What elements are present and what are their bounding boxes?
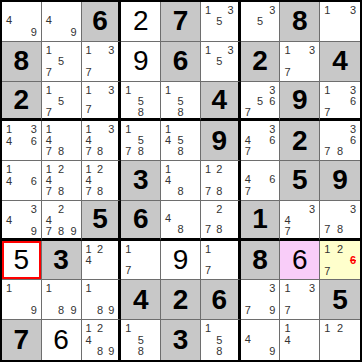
candidates: 137 [281,281,318,318]
candidates: 49 [3,3,40,40]
cell-r3c4[interactable]: 158 [121,82,161,122]
candidate-6: 6 [269,135,278,146]
candidate-4: 4 [162,213,171,224]
candidate-1: 1 [202,43,211,56]
candidate-3: 3 [108,122,117,135]
candidate-5: 5 [216,16,222,27]
cell-r5c2[interactable]: 12478 [42,161,82,201]
cell-r3c9[interactable]: 1367 [320,82,360,122]
candidate-5: 5 [138,335,144,346]
cell-r9c1[interactable]: 7 [2,320,42,360]
candidates: 146 [3,162,40,199]
candidate-8: 8 [58,186,64,199]
candidate-1: 1 [281,321,290,334]
candidate-1: 1 [43,83,52,96]
candidate-4: 4 [3,215,12,226]
candidates: 157 [43,43,80,80]
candidate-1: 1 [83,242,92,255]
candidate-4: 4 [242,174,251,185]
candidates: 278 [202,202,237,237]
candidates: 13478 [83,122,118,159]
cell-r1c7[interactable]: 35 [241,2,281,42]
candidate-9: 9 [108,346,117,359]
candidate-7: 7 [43,107,52,120]
cell-r6c1[interactable]: 349 [2,201,42,241]
candidate-6-struck: 6 [350,255,359,266]
candidates: 135 [202,43,237,80]
candidates: 1367 [321,83,359,118]
cell-value: 4 [133,286,149,314]
cell-r4c5[interactable]: 1458 [161,121,201,161]
cell-r7c7[interactable]: 8 [241,241,281,281]
candidates: 379 [242,281,279,318]
candidate-2: 2 [58,162,64,175]
candidates: 49 [43,3,80,40]
cell-r3c6[interactable]: 4 [201,82,241,122]
cell-value: 3 [53,246,69,274]
candidates: 158 [122,321,159,359]
cell-r3c1[interactable]: 2 [2,82,42,122]
candidate-2: 2 [58,202,64,215]
candidate-7: 7 [43,67,52,80]
cell-r4c6[interactable]: 9 [201,121,241,161]
cell-value: 7 [14,326,30,354]
cell-value: 2 [252,47,268,75]
cell-r6c9[interactable]: 378 [320,201,360,241]
candidates: 347 [281,202,318,237]
candidate-7: 7 [43,146,52,159]
candidate-1: 1 [83,83,92,96]
cell-r5c9[interactable]: 9 [320,161,360,201]
candidate-5: 5 [257,16,263,27]
candidate-6: 6 [350,135,359,146]
candidate-9: 9 [70,305,79,318]
candidate-1: 1 [83,281,92,294]
candidate-8: 8 [337,224,343,237]
candidates: 3678 [321,122,359,159]
candidates: 12 [321,321,359,359]
candidate-4: 4 [43,15,52,26]
cell-r1c1[interactable]: 49 [2,2,42,42]
cell-r9c3[interactable]: 12489 [82,320,122,360]
candidate-5: 5 [257,96,263,107]
candidate-1: 1 [202,3,211,16]
candidate-2: 2 [97,162,103,175]
candidates: 189 [83,281,118,318]
candidate-7: 7 [321,146,330,159]
candidates: 1276 [321,242,359,279]
cell-value: 1 [252,205,268,233]
candidate-3: 3 [31,202,40,215]
candidate-9: 9 [31,305,40,318]
candidate-1: 1 [3,122,12,135]
candidate-7: 7 [281,305,290,318]
cell-r8c4[interactable]: 4 [121,280,161,320]
candidate-6: 6 [31,136,40,147]
candidates: 349 [3,202,40,237]
candidate-8: 8 [216,186,222,199]
cell-value: 6 [92,7,108,35]
candidate-7: 7 [83,104,92,117]
candidate-1: 1 [281,43,290,56]
candidate-4: 4 [3,176,12,187]
candidate-8: 8 [216,224,222,237]
cell-r1c4[interactable]: 2 [121,2,161,42]
candidate-6: 6 [269,96,278,107]
candidate-8: 8 [337,146,343,159]
candidate-4: 4 [281,335,290,346]
candidate-1: 1 [83,321,92,334]
cell-r6c3[interactable]: 5 [82,201,122,241]
cell-value: 8 [252,246,268,274]
candidates: 17 [122,242,159,279]
candidate-7: 7 [281,226,290,239]
candidate-3: 3 [350,202,359,215]
candidate-8: 8 [97,305,103,318]
candidate-7: 7 [321,107,330,120]
candidate-8: 8 [216,346,222,359]
candidate-7: 7 [242,107,251,120]
candidate-8: 8 [177,146,183,159]
cell-value: 7 [173,7,189,35]
candidate-8: 8 [138,346,144,359]
candidate-3: 3 [31,122,40,135]
cell-r9c5[interactable]: 3 [161,320,201,360]
cell-r7c6[interactable]: 17 [201,241,241,281]
cell-r5c7[interactable]: 467 [241,161,281,201]
candidates: 157 [43,83,80,118]
cell-r2c6[interactable]: 135 [201,42,241,82]
candidate-1: 1 [122,321,131,334]
candidate-1: 1 [281,281,290,294]
candidate-8: 8 [97,346,103,359]
cell-r8c3[interactable]: 189 [82,280,122,320]
cell-r2c4[interactable]: 9 [121,42,161,82]
candidates: 14 [281,321,318,359]
candidate-1: 1 [3,281,12,294]
candidate-7: 7 [242,186,251,199]
cell-r2c5[interactable]: 6 [161,42,201,82]
candidate-5: 5 [58,56,64,67]
candidate-1: 1 [321,3,330,16]
cell-r4c7[interactable]: 3467 [241,121,281,161]
candidate-6: 6 [269,174,278,185]
cell-value: 3 [173,326,189,354]
cell-value: 6 [53,326,69,354]
cell-r1c5[interactable]: 7 [161,2,201,42]
cell-value: 8 [14,47,30,75]
candidate-3: 3 [269,83,278,96]
candidates: 124 [83,242,118,279]
candidate-9: 9 [31,27,40,40]
cell-r3c8[interactable]: 9 [280,82,320,122]
candidates: 48 [162,202,199,237]
cell-r9c6[interactable]: 158 [201,320,241,360]
candidates: 189 [43,281,80,318]
candidate-1: 1 [202,162,211,175]
cell-r7c8[interactable]: 6 [280,241,320,281]
cell-r5c1[interactable]: 146 [2,161,42,201]
cell-value: 6 [292,246,308,274]
cell-r6c5[interactable]: 48 [161,201,201,241]
candidate-3: 3 [228,3,237,16]
cell-r4c8[interactable]: 2 [280,121,320,161]
cell-r5c8[interactable]: 5 [280,161,320,201]
cell-r5c4[interactable]: 3 [121,161,161,201]
cell-r6c6[interactable]: 278 [201,201,241,241]
candidates: 158 [162,83,199,118]
candidate-7: 7 [242,305,251,318]
cell-value: 9 [173,246,189,274]
candidate-4: 4 [162,135,171,146]
cell-r8c2[interactable]: 189 [42,280,82,320]
candidates: 378 [321,202,359,237]
cell-r5c5[interactable]: 148 [161,161,201,201]
cell-r8c5[interactable]: 2 [161,280,201,320]
candidate-4: 4 [83,335,92,346]
cell-r6c4[interactable]: 6 [121,201,161,241]
cell-r9c9[interactable]: 12 [320,320,360,360]
candidate-2: 2 [97,321,103,334]
candidates: 24789 [43,202,80,237]
candidate-2: 2 [337,242,343,255]
candidate-1: 1 [122,122,131,135]
candidate-4: 4 [3,15,12,26]
cell-r8c6[interactable]: 6 [201,280,241,320]
cell-r7c3[interactable]: 124 [82,241,122,281]
candidates: 1578 [122,122,159,159]
cell-value: 9 [292,86,308,114]
cell-r2c1[interactable]: 8 [2,42,42,82]
cell-r7c4[interactable]: 17 [121,241,161,281]
cell-value: 2 [133,7,149,35]
candidate-2: 2 [216,202,222,215]
cell-r8c7[interactable]: 379 [241,280,281,320]
candidate-1: 1 [122,242,131,255]
candidate-8: 8 [97,186,103,199]
cell-r3c5[interactable]: 158 [161,82,201,122]
candidates: 19 [3,281,40,318]
candidate-4: 4 [83,255,92,266]
candidate-1: 1 [3,162,12,175]
candidate-6: 6 [350,96,359,107]
cell-value: 5 [14,246,30,274]
candidates: 17 [202,242,237,279]
candidate-1: 1 [321,242,330,255]
cell-value: 5 [292,166,308,194]
candidates: 137 [83,83,118,118]
candidate-3: 3 [269,281,278,294]
candidate-7: 7 [202,186,211,199]
cell-value: 6 [133,205,149,233]
candidate-3: 3 [350,83,359,96]
candidates: 1346 [3,122,40,159]
candidate-7: 7 [122,265,131,278]
cell-r1c2[interactable]: 49 [42,2,82,42]
candidate-3: 3 [269,3,278,16]
candidate-9: 9 [269,346,278,359]
candidate-8: 8 [177,186,183,199]
candidate-8: 8 [58,226,64,239]
candidates: 1278 [202,162,237,199]
cell-value: 6 [211,286,227,314]
candidate-8: 8 [58,146,64,159]
candidates: 49 [242,321,279,359]
cell-value: 8 [292,7,308,35]
candidate-6: 6 [31,176,40,187]
cell-r4c1[interactable]: 1346 [2,121,42,161]
cell-r2c3[interactable]: 137 [82,42,122,82]
candidate-9: 9 [269,305,278,318]
cell-value: 2 [173,286,189,314]
cell-r9c8[interactable]: 14 [280,320,320,360]
candidate-5: 5 [58,96,64,107]
candidates: 13 [321,3,359,40]
candidates: 158 [122,83,159,118]
candidate-9: 9 [108,305,117,318]
candidates: 158 [202,321,237,359]
cell-r1c8[interactable]: 8 [280,2,320,42]
candidate-7: 7 [43,186,52,199]
cell-r1c3[interactable]: 6 [82,2,122,42]
candidate-3: 3 [309,281,318,294]
candidate-7: 7 [122,146,131,159]
cell-r3c3[interactable]: 137 [82,82,122,122]
cell-r5c3[interactable]: 12478 [82,161,122,201]
candidates: 467 [242,162,279,199]
cell-r7c1[interactable]: 5 [2,241,42,281]
candidate-2: 2 [97,242,103,255]
cell-r6c2[interactable]: 24789 [42,201,82,241]
candidate-3: 3 [228,43,237,56]
cell-value: 2 [292,127,308,155]
candidate-1: 1 [162,83,171,96]
candidate-1: 1 [122,83,131,96]
candidate-2: 2 [337,321,343,334]
candidates: 137 [83,43,118,80]
cell-r1c6[interactable]: 135 [201,2,241,42]
candidate-3: 3 [108,83,117,96]
cell-r7c5[interactable]: 9 [161,241,201,281]
candidate-5: 5 [216,335,222,346]
candidate-3: 3 [350,3,359,16]
cell-r3c2[interactable]: 157 [42,82,82,122]
candidate-1: 1 [202,242,211,255]
candidate-7: 7 [321,266,330,279]
cell-value: 9 [133,47,149,75]
candidate-8: 8 [138,146,144,159]
cell-r7c2[interactable]: 3 [42,241,82,281]
cell-r2c8[interactable]: 137 [280,42,320,82]
candidate-1: 1 [321,321,330,334]
candidate-9: 9 [31,226,40,239]
candidate-5: 5 [138,96,144,107]
candidate-7: 7 [321,224,330,237]
candidate-7: 7 [83,186,92,199]
candidate-8: 8 [58,305,64,318]
cell-r9c2[interactable]: 6 [42,320,82,360]
cell-value: 5 [92,205,108,233]
cell-r2c7[interactable]: 2 [241,42,281,82]
candidates: 148 [162,162,199,199]
sudoku-board: 4949627135358138157137961352137421571371… [0,0,362,362]
candidate-1: 1 [43,281,52,294]
candidates: 35 [242,3,279,40]
candidate-4: 4 [162,175,171,186]
candidate-7: 7 [242,146,251,159]
candidate-7: 7 [202,224,211,237]
cell-value: 4 [332,47,348,75]
cell-value: 9 [211,127,227,155]
candidate-7: 7 [281,67,290,80]
candidate-2: 2 [216,162,222,175]
candidate-9: 9 [70,27,79,40]
candidate-7: 7 [202,265,211,278]
cell-r4c3[interactable]: 13478 [82,121,122,161]
cell-r2c9[interactable]: 4 [320,42,360,82]
candidate-5: 5 [177,96,183,107]
cell-r1c9[interactable]: 13 [320,2,360,42]
candidate-1: 1 [202,321,211,334]
cell-r4c2[interactable]: 1478 [42,121,82,161]
candidate-3: 3 [108,43,117,56]
cell-r4c4[interactable]: 1578 [121,121,161,161]
candidates: 1458 [162,122,199,159]
cell-r8c1[interactable]: 19 [2,280,42,320]
candidate-7: 7 [83,146,92,159]
candidate-7: 7 [83,67,92,80]
candidate-4: 4 [242,334,251,345]
candidates: 3567 [242,83,279,118]
candidates: 1478 [43,122,80,159]
cell-value: 3 [133,166,149,194]
cell-r2c2[interactable]: 157 [42,42,82,82]
candidate-3: 3 [309,202,318,215]
candidate-1: 1 [43,43,52,56]
candidates: 137 [281,43,318,80]
candidate-1: 1 [83,43,92,56]
cell-r7c9[interactable]: 1276 [320,241,360,281]
cell-r4c9[interactable]: 3678 [320,121,360,161]
candidates: 12489 [83,321,118,359]
candidate-8: 8 [138,107,144,120]
candidate-1: 1 [321,83,330,96]
candidate-3: 3 [309,43,318,56]
cell-value: 2 [14,86,30,114]
cell-r8c9[interactable]: 5 [320,280,360,320]
cell-r8c8[interactable]: 137 [280,280,320,320]
cell-r5c6[interactable]: 1278 [201,161,241,201]
cell-r9c7[interactable]: 49 [241,320,281,360]
candidates: 12478 [43,162,80,199]
cell-value: 9 [332,166,348,194]
cell-r3c7[interactable]: 3567 [241,82,281,122]
cell-r9c4[interactable]: 158 [121,320,161,360]
cell-value: 5 [332,286,348,314]
cell-value: 4 [211,86,227,114]
candidate-9: 9 [70,226,79,239]
candidate-8: 8 [177,107,183,120]
cell-value: 6 [173,47,189,75]
cell-r6c8[interactable]: 347 [280,201,320,241]
candidates: 135 [202,3,237,40]
candidate-8: 8 [97,146,103,159]
cell-r6c7[interactable]: 1 [241,201,281,241]
candidate-7: 7 [43,226,52,239]
candidate-8: 8 [177,224,183,237]
candidates: 3467 [242,122,279,159]
candidate-5: 5 [216,56,222,67]
